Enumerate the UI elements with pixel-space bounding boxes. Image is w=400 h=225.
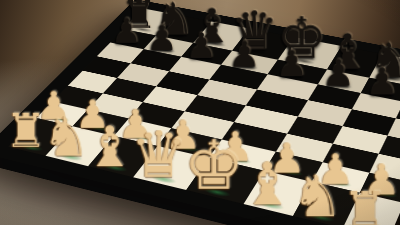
piece-shadow	[287, 56, 321, 67]
board-grid: ♜♞♝♛♚♝♞♜♟♟♟♟♟♟♟♟♟♟♟♟♟♟♟♟♜♞♝♛♚♝♞♜	[8, 8, 400, 225]
white-bishop[interactable]: ♝	[241, 155, 293, 213]
square-c8[interactable]: ♝	[193, 21, 249, 50]
white-knight[interactable]: ♞	[42, 110, 90, 164]
piece-shadow	[230, 61, 264, 73]
black-king[interactable]: ♚	[277, 11, 328, 67]
square-e8[interactable]: ♚	[278, 37, 341, 69]
piece-shadow	[113, 37, 146, 48]
square-b4[interactable]	[103, 78, 157, 102]
square-a6[interactable]	[97, 42, 144, 63]
square-g7[interactable]: ♟	[361, 78, 400, 102]
square-d6[interactable]	[210, 65, 268, 90]
square-g8[interactable]: ♞	[369, 54, 400, 86]
piece-shadow	[333, 64, 367, 76]
square-c7[interactable]: ♟	[182, 43, 233, 65]
white-rook[interactable]: ♜	[342, 184, 389, 225]
white-queen[interactable]: ♛	[131, 123, 188, 187]
chess-set-photo: ♜♞♝♛♚♝♞♜♟♟♟♟♟♟♟♟♟♟♟♟♟♟♟♟♜♞♝♛♚♝♞♜	[0, 0, 400, 225]
piece-shadow	[323, 79, 358, 91]
square-a4[interactable]	[68, 71, 117, 94]
square-c6[interactable]	[169, 57, 221, 80]
square-b6[interactable]	[130, 49, 181, 71]
white-king[interactable]: ♚	[184, 133, 245, 200]
square-d8[interactable]: ♛	[233, 29, 294, 60]
white-bishop[interactable]: ♝	[85, 119, 135, 175]
square-c5[interactable]	[156, 71, 209, 95]
black-pawn[interactable]: ♟	[228, 36, 260, 72]
piece-shadow	[366, 88, 400, 101]
black-bishop[interactable]: ♝	[191, 2, 233, 49]
black-knight[interactable]: ♞	[368, 36, 400, 84]
square-e6[interactable]	[257, 74, 317, 100]
piece-shadow	[277, 70, 311, 82]
black-pawn[interactable]: ♟	[185, 28, 217, 63]
piece-shadow	[199, 38, 232, 49]
square-f8[interactable]: ♝	[327, 46, 383, 78]
chess-board: ♜♞♝♛♚♝♞♜♟♟♟♟♟♟♟♟♟♟♟♟♟♟♟♟♜♞♝♛♚♝♞♜	[0, 0, 400, 225]
black-pawn[interactable]: ♟	[276, 45, 309, 81]
piece-shadow	[187, 52, 220, 63]
scene: ♜♞♝♛♚♝♞♜♟♟♟♟♟♟♟♟♟♟♟♟♟♟♟♟♜♞♝♛♚♝♞♜	[0, 0, 400, 225]
square-a8[interactable]: ♜	[123, 8, 175, 35]
black-bishop[interactable]: ♝	[325, 27, 369, 76]
piece-shadow	[241, 47, 274, 58]
black-queen[interactable]: ♛	[231, 4, 279, 58]
white-knight[interactable]: ♞	[291, 167, 343, 225]
piece-shadow	[149, 44, 182, 55]
piece-shadow	[126, 24, 158, 34]
square-a5[interactable]	[83, 56, 131, 78]
black-pawn[interactable]: ♟	[146, 20, 177, 55]
piece-shadow	[375, 73, 400, 85]
white-rook[interactable]: ♜	[5, 107, 47, 154]
black-pawn[interactable]: ♟	[322, 54, 355, 91]
black-pawn[interactable]: ♟	[111, 13, 142, 48]
square-f7[interactable]: ♟	[317, 69, 369, 93]
black-rook[interactable]: ♜	[121, 0, 157, 35]
piece-shadow	[161, 31, 193, 42]
square-b8[interactable]: ♞	[156, 15, 212, 43]
black-knight[interactable]: ♞	[154, 0, 195, 42]
square-b7[interactable]: ♟	[143, 36, 193, 57]
square-e7[interactable]: ♟	[268, 60, 327, 85]
square-d7[interactable]: ♟	[221, 51, 278, 75]
square-b5[interactable]	[117, 63, 169, 86]
black-pawn[interactable]: ♟	[365, 63, 398, 100]
square-a7[interactable]: ♟	[110, 29, 156, 49]
